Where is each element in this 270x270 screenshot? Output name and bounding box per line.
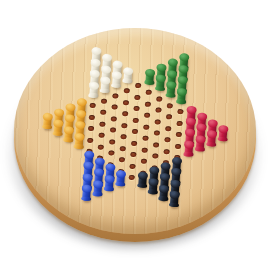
board-cell [132,79,144,91]
hole[interactable] [119,157,125,162]
board-cell [117,141,129,153]
board-cell [140,131,152,143]
board-cell [119,107,131,119]
board-cell [163,110,175,122]
board-cell [140,120,152,132]
board-cell [154,81,166,93]
hole[interactable] [121,123,127,128]
peg-white[interactable] [112,73,121,88]
hole[interactable] [101,98,107,103]
hole[interactable] [164,137,170,142]
peg-black[interactable] [149,179,158,194]
board-cell [85,122,97,134]
board-cell [97,105,109,117]
hole[interactable] [166,114,172,119]
board-cell [95,140,107,152]
board-cell [96,128,108,140]
board-cell [194,141,206,153]
board-cell [128,136,140,148]
hole[interactable] [98,144,104,149]
board-cell [62,132,74,144]
board-column [41,119,53,131]
board-column [217,131,229,143]
board-cell [150,138,162,150]
peg-red[interactable] [219,127,228,142]
board-cell [87,99,99,111]
board-cell [131,102,143,114]
hole[interactable] [122,111,128,116]
hole[interactable] [129,175,135,180]
board-cell [110,89,122,101]
hole[interactable] [163,149,169,154]
peg-green[interactable] [156,76,165,91]
board-cell [92,186,104,198]
board-cell [84,133,96,145]
board-cell [161,144,173,156]
hole[interactable] [123,100,129,105]
board-cell [153,92,165,104]
board-cell [132,90,144,102]
peg-yellow[interactable] [75,134,84,149]
board-cell [151,126,163,138]
hole[interactable] [112,93,118,98]
board-cell [206,136,218,148]
board-cell [136,177,148,189]
hole[interactable] [108,150,114,155]
hole[interactable] [99,121,105,126]
hole[interactable] [88,126,94,131]
board-cell [143,85,155,97]
hole[interactable] [141,158,147,163]
board-cell [109,100,121,112]
hole[interactable] [177,109,183,114]
board-cell [73,138,85,150]
hole[interactable] [153,142,159,147]
board-cell [142,97,154,109]
hole[interactable] [109,139,115,144]
peg-yellow[interactable] [54,121,63,136]
board-cell [126,171,138,183]
hole[interactable] [155,108,161,113]
hole[interactable] [89,115,95,120]
peg-red[interactable] [196,137,205,152]
hole[interactable] [135,83,141,88]
board-cell [121,84,133,96]
peg-black[interactable] [138,173,147,188]
hole[interactable] [129,163,135,168]
board-cell [41,119,53,131]
board-cell [130,113,142,125]
hole[interactable] [133,118,139,123]
board-cell [88,87,100,99]
board-cell [119,118,131,130]
hole[interactable] [146,90,152,95]
peg-green[interactable] [177,89,186,104]
board-cell [122,72,134,84]
peg-green[interactable] [166,83,175,98]
board-cell [153,103,165,115]
board-cell [162,133,174,145]
board-column [206,125,219,149]
board-cell [165,87,177,99]
hole[interactable] [176,132,182,137]
game-board [14,28,256,234]
peg-white[interactable] [101,78,110,93]
peg-red[interactable] [184,142,193,157]
board-cell [217,131,229,143]
hole[interactable] [98,132,104,137]
hole[interactable] [131,141,137,146]
peg-white[interactable] [89,83,98,98]
board-cell [173,128,185,140]
board-cell [168,197,180,209]
board-cell [106,146,118,158]
board-cell [118,130,130,142]
peg-blue[interactable] [82,186,91,201]
hole[interactable] [142,136,148,141]
board-cell [120,95,132,107]
board-cell [144,74,156,86]
board-cell [175,105,187,117]
board-cell [162,121,174,133]
board-cell [175,94,187,106]
hole[interactable] [154,131,160,136]
board-grid [7,20,263,242]
board-cell [107,123,119,135]
board-cell [86,110,98,122]
hole[interactable] [120,145,126,150]
board-cell [158,190,170,202]
board-cell [108,112,120,124]
board-cell [97,117,109,129]
hole[interactable] [156,96,162,101]
board-cell [172,139,184,151]
board-cell [138,154,150,166]
hole[interactable] [175,144,181,149]
peg-blue[interactable] [105,176,114,191]
hole[interactable] [152,154,158,159]
board-cell [174,116,186,128]
board-cell [129,125,141,137]
board-cell [110,77,122,89]
hole[interactable] [130,152,136,157]
board-cell [147,184,159,196]
board-cell [183,146,195,158]
peg-white[interactable] [123,68,132,83]
board-cell [149,149,161,161]
hole[interactable] [133,106,139,111]
hole[interactable] [110,128,116,133]
hole[interactable] [142,147,148,152]
hole[interactable] [132,129,138,134]
board-cell [103,181,115,193]
hole[interactable] [100,110,106,115]
board-cell [115,176,127,188]
board-cell [127,159,139,171]
hole[interactable] [144,113,150,118]
hole[interactable] [165,126,171,131]
peg-blue[interactable] [116,171,125,186]
hole[interactable] [167,103,173,108]
board-cell [106,135,118,147]
hole[interactable] [134,95,140,100]
board-cell [128,148,140,160]
peg-yellow[interactable] [64,127,73,142]
hole[interactable] [145,101,151,106]
peg-black[interactable] [159,186,168,201]
hole[interactable] [124,88,130,93]
hole[interactable] [155,119,161,124]
hole[interactable] [89,103,95,108]
hole[interactable] [87,137,93,142]
photo-background [0,0,270,270]
board-cell [152,115,164,127]
board-cell [52,125,64,137]
hole[interactable] [111,116,117,121]
board-cell [116,153,128,165]
peg-blue[interactable] [93,181,102,196]
board-cell [80,191,92,203]
board-cell [98,94,110,106]
hole[interactable] [120,134,126,139]
hole[interactable] [176,121,182,126]
hole[interactable] [143,124,149,129]
peg-black[interactable] [170,192,179,207]
board-cell [141,108,153,120]
peg-red[interactable] [207,132,216,147]
hole[interactable] [111,105,117,110]
peg-yellow[interactable] [43,114,52,129]
board-cell [99,82,111,94]
board-cell [164,99,176,111]
board-cell [139,143,151,155]
peg-green[interactable] [145,70,154,85]
